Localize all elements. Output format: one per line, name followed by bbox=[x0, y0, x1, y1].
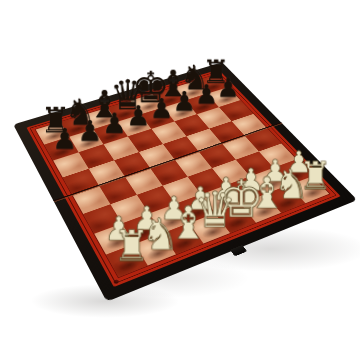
chess-board: ♜♞♝♛♚♝♞♜♟♟♟♟♟♟♟♟♟♟♟♟♟♟♟♟♜♞♝♛♚♝♞♜ bbox=[13, 62, 357, 302]
black-plastic-frame: ♜♞♝♛♚♝♞♜♟♟♟♟♟♟♟♟♟♟♟♟♟♟♟♟♜♞♝♛♚♝♞♜ bbox=[13, 62, 357, 302]
square-a1[interactable]: ♜ bbox=[106, 244, 148, 277]
piece-black-pawn[interactable]: ♟ bbox=[52, 125, 77, 154]
piece-black-pawn[interactable]: ♟ bbox=[126, 102, 150, 130]
corner-rivet bbox=[113, 279, 120, 284]
piece-black-pawn[interactable]: ♟ bbox=[150, 95, 174, 122]
piece-black-pawn[interactable]: ♟ bbox=[78, 117, 103, 145]
piece-black-pawn[interactable]: ♟ bbox=[173, 88, 197, 115]
piece-black-pawn[interactable]: ♟ bbox=[195, 81, 218, 108]
piece-black-pawn[interactable]: ♟ bbox=[217, 75, 240, 101]
product-photo-stage: ♜♞♝♛♚♝♞♜♟♟♟♟♟♟♟♟♟♟♟♟♟♟♟♟♜♞♝♛♚♝♞♜ bbox=[0, 0, 360, 360]
piece-white-rook[interactable]: ♜ bbox=[113, 225, 150, 267]
board-squares-grid: ♜♞♝♛♚♝♞♜♟♟♟♟♟♟♟♟♟♟♟♟♟♟♟♟♜♞♝♛♚♝♞♜ bbox=[36, 75, 329, 277]
case-latch[interactable] bbox=[230, 245, 248, 257]
red-border-band: ♜♞♝♛♚♝♞♜♟♟♟♟♟♟♟♟♟♟♟♟♟♟♟♟♜♞♝♛♚♝♞♜ bbox=[26, 69, 340, 286]
piece-black-pawn[interactable]: ♟ bbox=[102, 110, 127, 138]
perspective-wrapper: ♜♞♝♛♚♝♞♜♟♟♟♟♟♟♟♟♟♟♟♟♟♟♟♟♜♞♝♛♚♝♞♜ bbox=[26, 0, 332, 360]
